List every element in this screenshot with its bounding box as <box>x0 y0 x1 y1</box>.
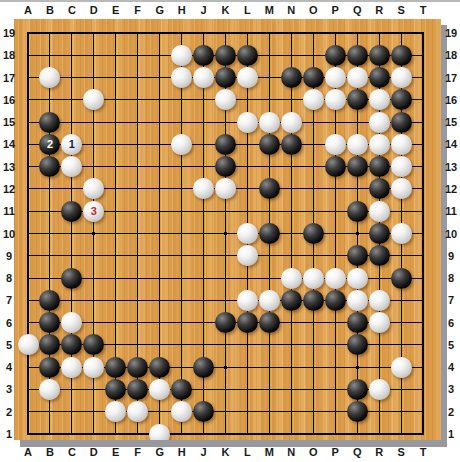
coord-label-right-11: 11 <box>441 205 460 217</box>
white-stone-M7 <box>259 290 280 311</box>
coord-label-top-G: G <box>150 4 170 16</box>
coord-label-left-11: 11 <box>0 205 19 217</box>
coord-label-left-17: 17 <box>0 72 19 84</box>
black-stone-K6 <box>215 312 236 333</box>
white-stone-P8 <box>325 268 346 289</box>
white-stone-S17 <box>391 67 412 88</box>
coord-label-top-A: A <box>18 4 38 16</box>
black-stone-F4 <box>127 357 148 378</box>
coord-label-top-K: K <box>216 4 236 16</box>
coord-label-left-8: 8 <box>0 272 19 284</box>
coord-label-top-S: S <box>391 4 411 16</box>
coord-label-right-13: 13 <box>441 161 460 173</box>
white-stone-C4 <box>61 357 82 378</box>
black-stone-S15 <box>391 112 412 133</box>
coord-label-bottom-L: L <box>237 446 257 458</box>
black-stone-O10 <box>303 223 324 244</box>
black-stone-N14 <box>281 134 302 155</box>
white-stone-S14 <box>391 134 412 155</box>
black-stone-P7 <box>325 290 346 311</box>
coord-label-left-10: 10 <box>0 228 19 240</box>
coord-label-left-19: 19 <box>0 27 19 39</box>
black-stone-Q3 <box>347 379 368 400</box>
coord-label-top-H: H <box>172 4 192 16</box>
coord-label-top-P: P <box>325 4 345 16</box>
coord-label-top-D: D <box>84 4 104 16</box>
coord-label-right-1: 1 <box>441 428 460 440</box>
black-stone-E4 <box>105 357 126 378</box>
black-stone-K17 <box>215 67 236 88</box>
coord-label-right-7: 7 <box>441 294 460 306</box>
black-stone-F3 <box>127 379 148 400</box>
black-stone-Q9 <box>347 245 368 266</box>
go-app-window: 213 AABBCCDDEEFFGGHHJJKKLLMMNNOOPPQQRRSS… <box>0 0 460 462</box>
black-stone-R10 <box>369 223 390 244</box>
white-stone-A5 <box>18 334 39 355</box>
coord-label-bottom-R: R <box>369 446 389 458</box>
coord-label-left-14: 14 <box>0 138 19 150</box>
black-stone-Q18 <box>347 45 368 66</box>
black-stone-S16 <box>391 89 412 110</box>
white-stone-M15 <box>259 112 280 133</box>
black-stone-R12 <box>369 178 390 199</box>
black-stone-M6 <box>259 312 280 333</box>
black-stone-M14 <box>259 134 280 155</box>
white-stone-R14 <box>369 134 390 155</box>
white-stone-L17 <box>237 67 258 88</box>
coord-label-bottom-C: C <box>62 446 82 458</box>
coord-label-bottom-H: H <box>172 446 192 458</box>
coord-label-top-C: C <box>62 4 82 16</box>
white-stone-J17 <box>193 67 214 88</box>
white-stone-Q14 <box>347 134 368 155</box>
white-stone-S10 <box>391 223 412 244</box>
coord-label-right-9: 9 <box>441 250 460 262</box>
coord-label-left-3: 3 <box>0 383 19 395</box>
coord-label-bottom-E: E <box>106 446 126 458</box>
coord-label-bottom-N: N <box>281 446 301 458</box>
white-stone-R16 <box>369 89 390 110</box>
white-stone-R7 <box>369 290 390 311</box>
coord-label-top-T: T <box>413 4 433 16</box>
white-stone-P14 <box>325 134 346 155</box>
black-stone-L18 <box>237 45 258 66</box>
black-stone-Q2 <box>347 401 368 422</box>
black-stone-H3 <box>171 379 192 400</box>
coord-label-top-M: M <box>259 4 279 16</box>
black-stone-Q5 <box>347 334 368 355</box>
coord-label-left-13: 13 <box>0 161 19 173</box>
black-stone-R9 <box>369 245 390 266</box>
coord-label-left-9: 9 <box>0 250 19 262</box>
coord-label-left-5: 5 <box>0 339 19 351</box>
black-stone-N7 <box>281 290 302 311</box>
white-stone-R6 <box>369 312 390 333</box>
coord-label-left-2: 2 <box>0 406 19 418</box>
coord-label-bottom-A: A <box>18 446 38 458</box>
black-stone-Q13 <box>347 156 368 177</box>
black-stone-P18 <box>325 45 346 66</box>
black-stone-L6 <box>237 312 258 333</box>
move-number-1: 1 <box>69 139 75 150</box>
go-board[interactable]: 213 <box>14 19 441 440</box>
coord-label-left-18: 18 <box>0 49 19 61</box>
black-stone-R18 <box>369 45 390 66</box>
white-stone-P17 <box>325 67 346 88</box>
black-stone-Q11 <box>347 201 368 222</box>
black-stone-B15 <box>39 112 60 133</box>
move-number-2: 2 <box>47 139 53 150</box>
coord-label-top-L: L <box>237 4 257 16</box>
coord-label-top-F: F <box>128 4 148 16</box>
coord-label-bottom-J: J <box>194 446 214 458</box>
coord-label-top-O: O <box>303 4 323 16</box>
coord-label-right-16: 16 <box>441 94 460 106</box>
white-stone-G3 <box>149 379 170 400</box>
black-stone-K13 <box>215 156 236 177</box>
black-stone-R13 <box>369 156 390 177</box>
coord-label-bottom-F: F <box>128 446 148 458</box>
black-stone-O7 <box>303 290 324 311</box>
coord-label-bottom-Q: Q <box>347 446 367 458</box>
coord-label-right-18: 18 <box>441 49 460 61</box>
white-stone-L10 <box>237 223 258 244</box>
coord-label-top-B: B <box>40 4 60 16</box>
black-stone-Q6 <box>347 312 368 333</box>
white-stone-H17 <box>171 67 192 88</box>
white-stone-N8 <box>281 268 302 289</box>
coord-label-left-4: 4 <box>0 361 19 373</box>
black-stone-J18 <box>193 45 214 66</box>
coord-label-right-4: 4 <box>441 361 460 373</box>
white-stone-R15 <box>369 112 390 133</box>
white-stone-H14 <box>171 134 192 155</box>
coord-label-left-7: 7 <box>0 294 19 306</box>
coord-label-right-2: 2 <box>441 406 460 418</box>
black-stone-P13 <box>325 156 346 177</box>
black-stone-R17 <box>369 67 390 88</box>
black-stone-C11 <box>61 201 82 222</box>
coord-label-left-12: 12 <box>0 183 19 195</box>
white-stone-S13 <box>391 156 412 177</box>
coord-label-right-12: 12 <box>441 183 460 195</box>
coord-label-bottom-T: T <box>413 446 433 458</box>
black-stone-O17 <box>303 67 324 88</box>
black-stone-S18 <box>391 45 412 66</box>
white-stone-R11 <box>369 201 390 222</box>
white-stone-P16 <box>325 89 346 110</box>
coord-label-right-14: 14 <box>441 138 460 150</box>
black-stone-B4 <box>39 357 60 378</box>
white-stone-Q17 <box>347 67 368 88</box>
coord-label-left-16: 16 <box>0 94 19 106</box>
coord-label-top-J: J <box>194 4 214 16</box>
coord-label-right-10: 10 <box>441 228 460 240</box>
black-stone-G4 <box>149 357 170 378</box>
coord-label-right-6: 6 <box>441 317 460 329</box>
white-stone-L15 <box>237 112 258 133</box>
white-stone-S12 <box>391 178 412 199</box>
coord-label-top-R: R <box>369 4 389 16</box>
coord-label-bottom-D: D <box>84 446 104 458</box>
coord-label-top-E: E <box>106 4 126 16</box>
move-number-3: 3 <box>91 206 97 217</box>
white-stone-D11: 3 <box>83 201 104 222</box>
coord-label-left-1: 1 <box>0 428 19 440</box>
coord-label-left-15: 15 <box>0 116 19 128</box>
coord-label-right-15: 15 <box>441 116 460 128</box>
coord-label-right-19: 19 <box>441 27 460 39</box>
coord-label-top-Q: Q <box>347 4 367 16</box>
black-stone-M10 <box>259 223 280 244</box>
black-stone-K18 <box>215 45 236 66</box>
black-stone-S8 <box>391 268 412 289</box>
white-stone-D4 <box>83 357 104 378</box>
black-stone-J4 <box>193 357 214 378</box>
white-stone-N15 <box>281 112 302 133</box>
coord-label-bottom-K: K <box>216 446 236 458</box>
white-stone-H18 <box>171 45 192 66</box>
white-stone-R3 <box>369 379 390 400</box>
black-stone-N17 <box>281 67 302 88</box>
black-stone-C8 <box>61 268 82 289</box>
window-top-border <box>0 0 460 2</box>
white-stone-L7 <box>237 290 258 311</box>
coord-label-right-17: 17 <box>441 72 460 84</box>
coord-label-bottom-B: B <box>40 446 60 458</box>
coord-label-bottom-S: S <box>391 446 411 458</box>
black-stone-Q16 <box>347 89 368 110</box>
coord-label-right-5: 5 <box>441 339 460 351</box>
coord-label-bottom-G: G <box>150 446 170 458</box>
white-stone-Q7 <box>347 290 368 311</box>
coord-label-right-8: 8 <box>441 272 460 284</box>
white-stone-O8 <box>303 268 324 289</box>
coord-label-left-6: 6 <box>0 317 19 329</box>
white-stone-O16 <box>303 89 324 110</box>
black-stone-K14 <box>215 134 236 155</box>
coord-label-right-3: 3 <box>441 383 460 395</box>
coord-label-bottom-M: M <box>259 446 279 458</box>
white-stone-S4 <box>391 357 412 378</box>
coord-label-bottom-P: P <box>325 446 345 458</box>
coord-label-bottom-O: O <box>303 446 323 458</box>
white-stone-Q8 <box>347 268 368 289</box>
coord-label-top-N: N <box>281 4 301 16</box>
